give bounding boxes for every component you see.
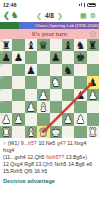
battery-icon [87,3,96,7]
black-pawn-e7[interactable]: ♟ [50,51,62,63]
move-text[interactable]: Nxh5 14.Bg6 e6 [54,161,92,167]
square-e4[interactable] [50,89,62,101]
square-e6[interactable] [50,64,62,76]
square-g8[interactable]: ♞ [74,39,86,51]
rank-label: 7 [1,52,3,55]
hint-icon[interactable]: ? [90,31,96,37]
rank-label: 1 [1,126,3,129]
course-progress-segment [19,22,35,29]
square-f7[interactable] [62,51,74,63]
square-h2[interactable] [87,113,99,125]
square-b6[interactable] [12,64,24,76]
course-title: Chess Opening Lab (1935-2000) [35,23,99,28]
white-pawn-c3[interactable]: ♟ [25,101,37,113]
gear-icon[interactable]: ⚙ [90,12,96,19]
square-f4[interactable] [62,89,74,101]
white-bishop-c1[interactable]: ♝ [25,126,37,138]
square-g3[interactable] [74,101,86,113]
square-a1[interactable]: 1♜ [0,126,12,138]
white-pawn-h4[interactable]: ♟ [87,89,99,101]
black-pawn-h5[interactable]: ♟ [87,76,99,88]
move-text[interactable]: 13.Bg6+) [66,154,87,160]
square-g7[interactable]: ♚ [74,51,86,63]
square-a7[interactable]: 7♟ [0,51,12,63]
square-b3[interactable] [12,101,24,113]
square-b1[interactable] [12,126,24,138]
board-list-icon[interactable]: ▦ [80,12,87,19]
square-b7[interactable]: ♟ [12,51,24,63]
puzzle-counter: 4/8 [45,12,54,19]
square-e3[interactable] [50,101,62,113]
rank-label: 4 [1,89,3,92]
knight-app-icon[interactable]: ♞ [11,11,19,20]
white-pawn-g2[interactable]: ♟ [74,113,86,125]
square-f3[interactable] [62,101,74,113]
square-d2[interactable] [37,113,49,125]
rank-label: 2 [1,114,3,117]
square-g2[interactable]: ♟ [74,113,86,125]
square-d1[interactable]: ♛ [37,126,49,138]
square-d6[interactable] [37,64,49,76]
square-d4[interactable]: ♟ [37,89,49,101]
white-bishop-d3[interactable]: ♝ [37,101,49,113]
move-line[interactable]: 12.Qxg4 Rg8 13.Qh5 Nxh5 14.Bg6 e6 [3,161,96,168]
white-knight-e5[interactable]: ♞ [50,76,62,88]
signal-icon [84,3,85,7]
square-a6[interactable]: 6 [0,64,12,76]
move-text[interactable]: 12.Qxg4 Rg8 13. [3,161,43,167]
square-e5[interactable]: ♞ [50,76,62,88]
square-h5[interactable]: ♟ [87,76,99,88]
turn-text: It's your turn [0,31,99,37]
square-g1[interactable] [74,126,86,138]
move-text[interactable]: 15.Rxh5 Qf6 16.h5 [3,168,47,174]
square-f1[interactable] [62,126,74,138]
signal-icon [81,3,82,6]
status-icons [79,3,97,7]
black-knight-f6[interactable]: ♞ [62,64,74,76]
next-puzzle-button[interactable]: ❯ [57,12,63,19]
square-f2[interactable]: ♟ [62,113,74,125]
square-c5[interactable] [25,76,37,88]
move-text[interactable]: 10.Ne5 [38,140,56,146]
move-text[interactable]: ○ (W1) 9... [3,140,28,146]
square-f6[interactable]: ♞ [62,64,74,76]
rank-label: 3 [1,101,3,104]
square-e1[interactable]: ♚ [50,126,62,138]
square-h1[interactable]: ♜ [87,126,99,138]
prev-puzzle-button[interactable]: ❮ [36,12,42,19]
square-b8[interactable] [12,39,24,51]
square-h4[interactable]: ♟ [87,89,99,101]
course-progress-segment [0,22,19,29]
square-f5[interactable] [62,76,74,88]
puzzle-pager: ❮ 4/8 ❯ [19,12,80,19]
course-progress-segment: Chess Opening Lab (1935-2000) [35,22,99,29]
square-b2[interactable]: ♟ [12,113,24,125]
square-c1[interactable]: ♝ [25,126,37,138]
square-a5[interactable]: 5 [0,76,12,88]
white-queen-d1[interactable]: ♛ [37,126,49,138]
black-bishop-f8[interactable]: ♝ [62,39,74,51]
square-e7[interactable]: ♟ [50,51,62,63]
clock: 12:46 [3,2,17,8]
square-e8[interactable] [50,39,62,51]
square-h8[interactable]: ♜ [87,39,99,51]
square-d5[interactable] [37,76,49,88]
square-h7[interactable] [87,51,99,63]
square-b4[interactable] [12,89,24,101]
white-rook-h1[interactable]: ♜ [87,126,99,138]
move-line[interactable]: ○ (W1) 9...h5? 10.Ne5 g4? 11.Nxg4 hxg4 [3,140,96,154]
move-line[interactable]: 15.Rxh5 Qf6 16.h5 [3,168,96,175]
rank-label: 6 [1,64,3,67]
black-bishop-c8[interactable]: ♝ [25,39,37,51]
square-a3[interactable]: 3 [0,101,12,113]
square-c2[interactable] [25,113,37,125]
white-pawn-b2[interactable]: ♟ [12,113,24,125]
square-c7[interactable] [25,51,37,63]
evaluation-text: Decisive advantage [3,178,96,184]
black-queen-d8[interactable]: ♛ [37,39,49,51]
black-knight-g8[interactable]: ♞ [74,39,86,51]
analysis-panel: ○ (W1) 9...h5? 10.Ne5 g4? 11.Nxg4 hxg4(1… [0,138,99,184]
square-g5[interactable] [74,76,86,88]
black-pawn-b7[interactable]: ♟ [12,51,24,63]
square-d8[interactable]: ♛ [37,39,49,51]
square-c6[interactable]: ♟ [25,64,37,76]
black-rook-h8[interactable]: ♜ [87,39,99,51]
square-h3[interactable] [87,101,99,113]
move-line[interactable]: (11...gxh4 12.Qh5 Nxh5?? 13.Bg6+) [3,154,96,161]
black-pawn-g4[interactable]: ♟ [74,89,86,101]
move-text[interactable]: g4? [57,140,67,146]
phone-screen: 12:46 ❮ ♞ ❮ 4/8 ❯ ▦ ⚙ Chess Opening Lab … [0,0,99,215]
white-king-e1[interactable]: ♚ [50,126,62,138]
square-c4[interactable] [25,89,37,101]
square-f8[interactable]: ♝ [62,39,74,51]
chess-board[interactable]: 8♜♝♛♝♞♜7♟♟♟♚6♟♞5♞♟4♟♟♟3♟♝2♟♟♟♟1♜♝♛♚♜ [0,39,99,138]
square-c3[interactable]: ♟ [25,101,37,113]
signal-icon [79,4,80,6]
course-progress-bar[interactable]: Chess Opening Lab (1935-2000) [0,22,99,29]
square-d7[interactable] [37,51,49,63]
square-e2[interactable] [50,113,62,125]
move-text[interactable]: Nxh5?? [46,154,66,160]
status-bar: 12:46 [0,0,99,9]
black-king-g7[interactable]: ♚ [74,51,86,63]
square-a4[interactable]: 4 [0,89,12,101]
white-pawn-d4[interactable]: ♟ [37,89,49,101]
back-button[interactable]: ❮ [3,12,10,20]
move-text[interactable]: h5? [28,140,38,146]
square-a2[interactable]: 2♟ [0,113,12,125]
square-g4[interactable]: ♟ [74,89,86,101]
square-g6[interactable] [74,64,86,76]
nav-bar: ❮ ♞ ❮ 4/8 ❯ ▦ ⚙ [0,9,99,22]
square-b5[interactable] [12,76,24,88]
move-text[interactable]: (11...gxh4 12.Qh5 [3,154,46,160]
square-c8[interactable]: ♝ [25,39,37,51]
square-h6[interactable] [87,64,99,76]
white-pawn-f2[interactable]: ♟ [62,113,74,125]
square-d3[interactable]: ♝ [37,101,49,113]
move-text[interactable]: Qh5 [43,161,55,167]
black-pawn-c6[interactable]: ♟ [25,64,37,76]
rank-label: 8 [1,40,3,43]
turn-banner: It's your turn ? [0,29,99,39]
rank-label: 5 [1,77,3,80]
square-a8[interactable]: 8♜ [0,39,12,51]
